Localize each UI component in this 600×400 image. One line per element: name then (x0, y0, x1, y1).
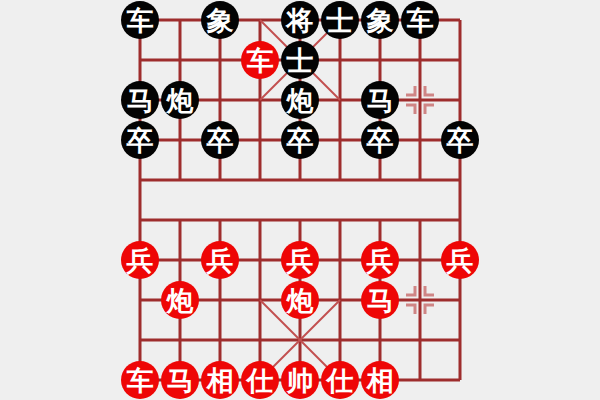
black-pawn-3[interactable]: 卒 (281, 121, 319, 159)
red-cannon-center[interactable]: 炮 (281, 281, 319, 319)
pieces-layer: 车象将士象车车士马炮炮马卒卒卒卒卒兵兵兵兵兵炮炮马车马相仕帅仕相 (0, 0, 600, 400)
black-horse-left[interactable]: 马 (121, 81, 159, 119)
black-advisor-center[interactable]: 士 (281, 41, 319, 79)
red-pawn-2[interactable]: 兵 (201, 241, 239, 279)
red-pawn-3[interactable]: 兵 (281, 241, 319, 279)
black-pawn-4[interactable]: 卒 (361, 121, 399, 159)
black-chariot-left[interactable]: 车 (121, 1, 159, 39)
red-pawn-1[interactable]: 兵 (121, 241, 159, 279)
black-pawn-5[interactable]: 卒 (441, 121, 479, 159)
red-advisor-left[interactable]: 仕 (241, 361, 279, 399)
black-pawn-2[interactable]: 卒 (201, 121, 239, 159)
black-cannon-left[interactable]: 炮 (161, 81, 199, 119)
black-advisor-right[interactable]: 士 (321, 1, 359, 39)
red-elephant-left[interactable]: 相 (201, 361, 239, 399)
black-cannon-center[interactable]: 炮 (281, 81, 319, 119)
red-horse-left[interactable]: 马 (161, 361, 199, 399)
black-chariot-right[interactable]: 车 (401, 1, 439, 39)
red-chariot-left[interactable]: 车 (121, 361, 159, 399)
red-cannon-left[interactable]: 炮 (161, 281, 199, 319)
red-general[interactable]: 帅 (281, 361, 319, 399)
red-pawn-4[interactable]: 兵 (361, 241, 399, 279)
red-advisor-right[interactable]: 仕 (321, 361, 359, 399)
red-elephant-right[interactable]: 相 (361, 361, 399, 399)
black-elephant-left[interactable]: 象 (201, 1, 239, 39)
black-general[interactable]: 将 (281, 1, 319, 39)
red-pawn-5[interactable]: 兵 (441, 241, 479, 279)
red-horse-right[interactable]: 马 (361, 281, 399, 319)
black-horse-right[interactable]: 马 (361, 81, 399, 119)
black-elephant-right[interactable]: 象 (361, 1, 399, 39)
black-pawn-1[interactable]: 卒 (121, 121, 159, 159)
red-chariot-advanced[interactable]: 车 (241, 41, 279, 79)
xiangqi-app: 车象将士象车车士马炮炮马卒卒卒卒卒兵兵兵兵兵炮炮马车马相仕帅仕相 (0, 0, 600, 400)
